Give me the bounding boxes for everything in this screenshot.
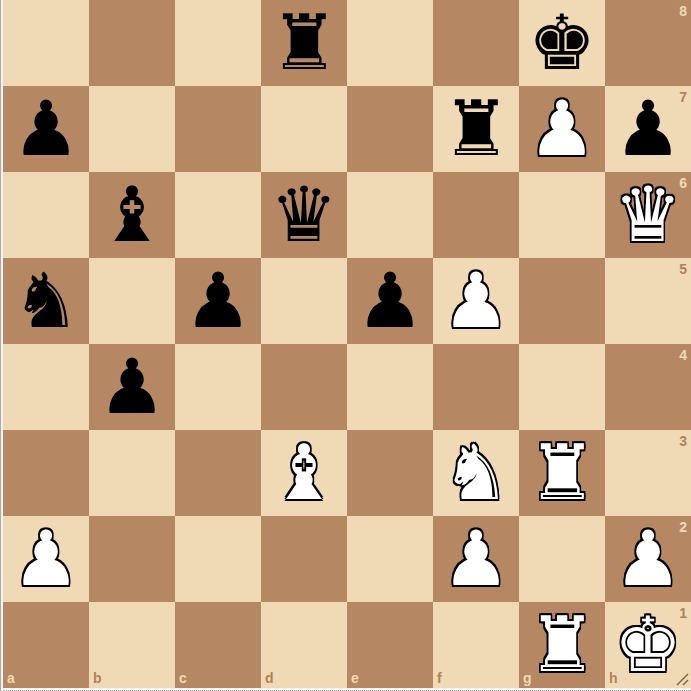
rank-label-5: 5 [679,262,687,276]
square-g8[interactable]: ♚ [519,0,605,86]
square-h4[interactable]: 4 [605,344,691,430]
square-g2[interactable] [519,516,605,602]
file-label-d: d [265,671,274,685]
square-e6[interactable] [347,172,433,258]
square-e7[interactable] [347,86,433,172]
piece-black-queen[interactable]: ♛ [270,172,338,258]
square-a2[interactable]: ♟ [3,516,89,602]
square-e1[interactable]: e [347,602,433,688]
square-b4[interactable]: ♟ [89,344,175,430]
piece-white-knight[interactable]: ♞ [442,430,510,516]
square-b8[interactable] [89,0,175,86]
square-d7[interactable] [261,86,347,172]
square-f6[interactable] [433,172,519,258]
piece-black-pawn[interactable]: ♟ [356,258,424,344]
piece-black-bishop[interactable]: ♝ [98,172,166,258]
square-c2[interactable] [175,516,261,602]
square-a1[interactable]: a [3,602,89,688]
piece-white-pawn[interactable]: ♟ [528,86,596,172]
file-label-c: c [179,671,187,685]
resize-handle-icon[interactable] [675,672,689,686]
square-f7[interactable]: ♜ [433,86,519,172]
square-a3[interactable] [3,430,89,516]
square-h6[interactable]: ♛6 [605,172,691,258]
square-e2[interactable] [347,516,433,602]
square-g6[interactable] [519,172,605,258]
square-g4[interactable] [519,344,605,430]
file-label-a: a [7,671,15,685]
piece-white-pawn[interactable]: ♟ [442,516,510,602]
square-c8[interactable] [175,0,261,86]
square-e5[interactable]: ♟ [347,258,433,344]
rank-label-4: 4 [679,348,687,362]
square-b1[interactable]: b [89,602,175,688]
square-g5[interactable] [519,258,605,344]
page: ♜♚8♟♜♟♟7♝♛♛6♞♟♟♟5♟4♝♞♜3♟♟♟2abcdef♜g♚1h [0,0,691,691]
piece-black-knight[interactable]: ♞ [12,258,80,344]
piece-white-rook[interactable]: ♜ [528,602,596,688]
piece-white-pawn[interactable]: ♟ [12,516,80,602]
square-g1[interactable]: ♜g [519,602,605,688]
square-e8[interactable] [347,0,433,86]
file-label-e: e [351,671,359,685]
piece-white-bishop[interactable]: ♝ [270,430,338,516]
square-d8[interactable]: ♜ [261,0,347,86]
square-e4[interactable] [347,344,433,430]
piece-black-king[interactable]: ♚ [528,0,596,86]
square-c4[interactable] [175,344,261,430]
square-c6[interactable] [175,172,261,258]
piece-white-pawn[interactable]: ♟ [614,516,682,602]
piece-black-rook[interactable]: ♜ [270,0,338,86]
square-f5[interactable]: ♟ [433,258,519,344]
square-c3[interactable] [175,430,261,516]
square-b3[interactable] [89,430,175,516]
square-h8[interactable]: 8 [605,0,691,86]
square-g3[interactable]: ♜ [519,430,605,516]
piece-white-pawn[interactable]: ♟ [442,258,510,344]
piece-black-pawn[interactable]: ♟ [614,86,682,172]
square-e3[interactable] [347,430,433,516]
file-label-f: f [437,671,442,685]
square-d1[interactable]: d [261,602,347,688]
chess-board: ♜♚8♟♜♟♟7♝♛♛6♞♟♟♟5♟4♝♞♜3♟♟♟2abcdef♜g♚1h [3,0,691,688]
square-h5[interactable]: 5 [605,258,691,344]
piece-white-rook[interactable]: ♜ [528,430,596,516]
square-d6[interactable]: ♛ [261,172,347,258]
square-a8[interactable] [3,0,89,86]
square-d3[interactable]: ♝ [261,430,347,516]
square-f4[interactable] [433,344,519,430]
piece-black-pawn[interactable]: ♟ [12,86,80,172]
square-g7[interactable]: ♟ [519,86,605,172]
square-f3[interactable]: ♞ [433,430,519,516]
square-h7[interactable]: ♟7 [605,86,691,172]
rank-label-3: 3 [679,434,687,448]
square-b5[interactable] [89,258,175,344]
square-h1[interactable]: ♚1h [605,602,691,688]
square-a6[interactable] [3,172,89,258]
square-f1[interactable]: f [433,602,519,688]
rank-label-8: 8 [679,4,687,18]
square-c7[interactable] [175,86,261,172]
square-h3[interactable]: 3 [605,430,691,516]
square-d5[interactable] [261,258,347,344]
square-h2[interactable]: ♟2 [605,516,691,602]
piece-black-pawn[interactable]: ♟ [98,344,166,430]
piece-white-queen[interactable]: ♛ [614,172,682,258]
square-b7[interactable] [89,86,175,172]
piece-white-king[interactable]: ♚ [614,602,682,688]
square-f2[interactable]: ♟ [433,516,519,602]
square-b6[interactable]: ♝ [89,172,175,258]
square-a7[interactable]: ♟ [3,86,89,172]
square-a4[interactable] [3,344,89,430]
square-f8[interactable] [433,0,519,86]
piece-black-rook[interactable]: ♜ [442,86,510,172]
square-d4[interactable] [261,344,347,430]
square-b2[interactable] [89,516,175,602]
square-d2[interactable] [261,516,347,602]
square-c1[interactable]: c [175,602,261,688]
square-a5[interactable]: ♞ [3,258,89,344]
square-c5[interactable]: ♟ [175,258,261,344]
file-label-b: b [93,671,102,685]
piece-black-pawn[interactable]: ♟ [184,258,252,344]
